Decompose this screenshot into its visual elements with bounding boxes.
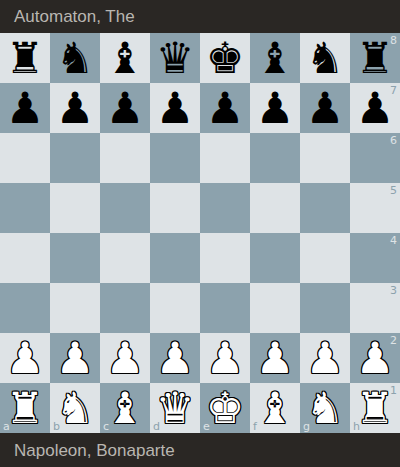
piece-black-pawn[interactable]: ♟ xyxy=(50,83,100,133)
square-b4[interactable] xyxy=(50,233,100,283)
square-f6[interactable] xyxy=(250,133,300,183)
rank-label-6: 6 xyxy=(390,135,397,146)
square-e5[interactable] xyxy=(200,183,250,233)
square-a7[interactable]: ♟ xyxy=(0,83,50,133)
piece-black-bishop[interactable]: ♝ xyxy=(100,33,150,83)
square-d7[interactable]: ♟ xyxy=(150,83,200,133)
square-f8[interactable]: ♝ xyxy=(250,33,300,83)
square-h6[interactable]: 6 xyxy=(350,133,400,183)
piece-black-pawn[interactable]: ♟ xyxy=(150,83,200,133)
square-a3[interactable] xyxy=(0,283,50,333)
piece-white-pawn[interactable]: ♟ xyxy=(200,333,250,383)
piece-black-pawn[interactable]: ♟ xyxy=(200,83,250,133)
square-a6[interactable] xyxy=(0,133,50,183)
square-a5[interactable] xyxy=(0,183,50,233)
square-g3[interactable] xyxy=(300,283,350,333)
piece-white-pawn[interactable]: ♟ xyxy=(250,333,300,383)
piece-white-rook[interactable]: ♜ xyxy=(350,383,400,433)
piece-black-rook[interactable]: ♜ xyxy=(0,33,50,83)
square-e2[interactable]: ♟ xyxy=(200,333,250,383)
square-b1[interactable]: ♞b xyxy=(50,383,100,433)
piece-black-pawn[interactable]: ♟ xyxy=(100,83,150,133)
piece-white-king[interactable]: ♚ xyxy=(200,383,250,433)
square-d8[interactable]: ♛ xyxy=(150,33,200,83)
piece-black-rook[interactable]: ♜ xyxy=(350,33,400,83)
piece-black-pawn[interactable]: ♟ xyxy=(300,83,350,133)
piece-white-pawn[interactable]: ♟ xyxy=(0,333,50,383)
piece-black-knight[interactable]: ♞ xyxy=(300,33,350,83)
square-d2[interactable]: ♟ xyxy=(150,333,200,383)
square-g8[interactable]: ♞ xyxy=(300,33,350,83)
piece-black-knight[interactable]: ♞ xyxy=(50,33,100,83)
square-h2[interactable]: ♟2 xyxy=(350,333,400,383)
bottom-player-name: Napoleon, Bonaparte xyxy=(14,442,175,459)
piece-white-pawn[interactable]: ♟ xyxy=(100,333,150,383)
square-c6[interactable] xyxy=(100,133,150,183)
top-player-name: Automaton, The xyxy=(14,8,135,25)
square-h4[interactable]: 4 xyxy=(350,233,400,283)
square-b7[interactable]: ♟ xyxy=(50,83,100,133)
square-h1[interactable]: ♜1h xyxy=(350,383,400,433)
square-e8[interactable]: ♚ xyxy=(200,33,250,83)
square-f1[interactable]: ♝f xyxy=(250,383,300,433)
bottom-player-bar: Napoleon, Bonaparte xyxy=(0,433,400,467)
square-d5[interactable] xyxy=(150,183,200,233)
square-c2[interactable]: ♟ xyxy=(100,333,150,383)
square-e6[interactable] xyxy=(200,133,250,183)
piece-black-pawn[interactable]: ♟ xyxy=(250,83,300,133)
piece-black-pawn[interactable]: ♟ xyxy=(0,83,50,133)
top-player-bar: Automaton, The xyxy=(0,0,400,33)
square-f7[interactable]: ♟ xyxy=(250,83,300,133)
piece-black-king[interactable]: ♚ xyxy=(200,33,250,83)
square-h8[interactable]: ♜8 xyxy=(350,33,400,83)
square-d6[interactable] xyxy=(150,133,200,183)
square-g2[interactable]: ♟ xyxy=(300,333,350,383)
piece-white-pawn[interactable]: ♟ xyxy=(150,333,200,383)
square-c4[interactable] xyxy=(100,233,150,283)
piece-white-pawn[interactable]: ♟ xyxy=(50,333,100,383)
piece-white-knight[interactable]: ♞ xyxy=(50,383,100,433)
square-a2[interactable]: ♟ xyxy=(0,333,50,383)
square-h7[interactable]: ♟7 xyxy=(350,83,400,133)
square-g7[interactable]: ♟ xyxy=(300,83,350,133)
square-c7[interactable]: ♟ xyxy=(100,83,150,133)
square-d3[interactable] xyxy=(150,283,200,333)
square-a4[interactable] xyxy=(0,233,50,283)
piece-black-pawn[interactable]: ♟ xyxy=(350,83,400,133)
rank-label-5: 5 xyxy=(390,185,397,196)
square-e7[interactable]: ♟ xyxy=(200,83,250,133)
rank-label-3: 3 xyxy=(390,285,397,296)
square-b2[interactable]: ♟ xyxy=(50,333,100,383)
piece-white-pawn[interactable]: ♟ xyxy=(350,333,400,383)
square-f4[interactable] xyxy=(250,233,300,283)
square-a1[interactable]: ♜a xyxy=(0,383,50,433)
square-b3[interactable] xyxy=(50,283,100,333)
square-c5[interactable] xyxy=(100,183,150,233)
piece-white-bishop[interactable]: ♝ xyxy=(100,383,150,433)
square-a8[interactable]: ♜ xyxy=(0,33,50,83)
square-g1[interactable]: ♞g xyxy=(300,383,350,433)
rank-label-4: 4 xyxy=(390,235,397,246)
square-b5[interactable] xyxy=(50,183,100,233)
square-b6[interactable] xyxy=(50,133,100,183)
chess-board: ♜♞♝♛♚♝♞♜8♟♟♟♟♟♟♟♟76543♟♟♟♟♟♟♟♟2♜a♞b♝c♛d♚… xyxy=(0,33,400,433)
square-b8[interactable]: ♞ xyxy=(50,33,100,83)
piece-white-queen[interactable]: ♛ xyxy=(150,383,200,433)
square-g5[interactable] xyxy=(300,183,350,233)
piece-black-bishop[interactable]: ♝ xyxy=(250,33,300,83)
square-h5[interactable]: 5 xyxy=(350,183,400,233)
square-c1[interactable]: ♝c xyxy=(100,383,150,433)
square-g6[interactable] xyxy=(300,133,350,183)
square-c3[interactable] xyxy=(100,283,150,333)
square-e4[interactable] xyxy=(200,233,250,283)
square-h3[interactable]: 3 xyxy=(350,283,400,333)
square-g4[interactable] xyxy=(300,233,350,283)
piece-black-queen[interactable]: ♛ xyxy=(150,33,200,83)
square-e1[interactable]: ♚e xyxy=(200,383,250,433)
square-f5[interactable] xyxy=(250,183,300,233)
square-e3[interactable] xyxy=(200,283,250,333)
piece-white-pawn[interactable]: ♟ xyxy=(300,333,350,383)
square-c8[interactable]: ♝ xyxy=(100,33,150,83)
piece-white-knight[interactable]: ♞ xyxy=(300,383,350,433)
square-d1[interactable]: ♛d xyxy=(150,383,200,433)
piece-white-rook[interactable]: ♜ xyxy=(0,383,50,433)
square-f2[interactable]: ♟ xyxy=(250,333,300,383)
square-d4[interactable] xyxy=(150,233,200,283)
square-f3[interactable] xyxy=(250,283,300,333)
piece-white-bishop[interactable]: ♝ xyxy=(250,383,300,433)
